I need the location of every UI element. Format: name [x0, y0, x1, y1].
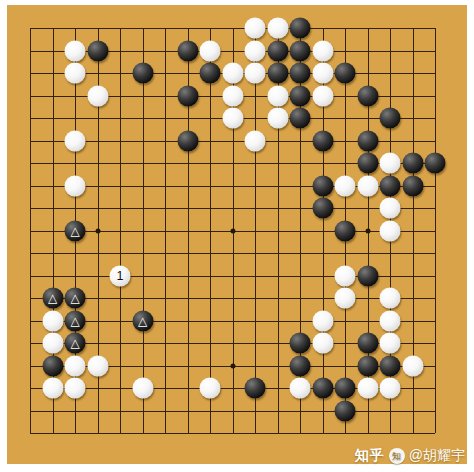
- black-stone: [357, 85, 378, 106]
- white-stone: [267, 108, 288, 129]
- black-stone: [335, 63, 356, 84]
- black-stone: [335, 400, 356, 421]
- white-stone: [222, 108, 243, 129]
- black-stone: [335, 220, 356, 241]
- black-stone: [312, 130, 333, 151]
- triangle-mark: △: [138, 314, 147, 326]
- black-stone: [290, 85, 311, 106]
- triangle-mark: △: [70, 292, 79, 304]
- grid-line-horizontal: [30, 433, 435, 434]
- white-stone: [87, 355, 108, 376]
- white-stone: [335, 175, 356, 196]
- white-stone: [65, 355, 86, 376]
- white-stone: [357, 378, 378, 399]
- black-stone: [132, 63, 153, 84]
- move-number-label: 1: [117, 270, 124, 283]
- triangle-mark: △: [70, 224, 79, 236]
- star-point: [230, 363, 235, 368]
- white-stone: 1: [110, 265, 131, 286]
- white-stone: [380, 378, 401, 399]
- black-stone: [312, 198, 333, 219]
- black-stone: [200, 63, 221, 84]
- triangle-mark: △: [48, 292, 57, 304]
- watermark: 知乎 知 @胡耀宇: [355, 447, 465, 465]
- white-stone: [65, 63, 86, 84]
- black-stone: [42, 355, 63, 376]
- white-stone: [222, 63, 243, 84]
- black-stone: [402, 153, 423, 174]
- white-stone: [357, 175, 378, 196]
- black-stone: [312, 175, 333, 196]
- watermark-avatar-icon: 知: [389, 448, 405, 464]
- black-stone: [357, 333, 378, 354]
- black-stone: [267, 63, 288, 84]
- black-stone: [425, 153, 446, 174]
- black-stone: [380, 175, 401, 196]
- black-stone: [357, 265, 378, 286]
- white-stone: [65, 130, 86, 151]
- triangle-mark: △: [70, 314, 79, 326]
- white-stone: [312, 333, 333, 354]
- white-stone: [200, 40, 221, 61]
- white-stone: [42, 333, 63, 354]
- white-stone: [380, 288, 401, 309]
- black-stone: △: [65, 310, 86, 331]
- triangle-mark: △: [70, 337, 79, 349]
- black-stone: [267, 40, 288, 61]
- black-stone: [290, 40, 311, 61]
- white-stone: [312, 40, 333, 61]
- black-stone: [312, 378, 333, 399]
- black-stone: [177, 40, 198, 61]
- go-board: △△△△△△1: [7, 5, 467, 464]
- white-stone: [132, 378, 153, 399]
- black-stone: △: [65, 288, 86, 309]
- white-stone: [200, 378, 221, 399]
- black-stone: [290, 108, 311, 129]
- white-stone: [42, 310, 63, 331]
- grid-line-horizontal: [30, 298, 435, 299]
- black-stone: [402, 175, 423, 196]
- grid-line-vertical: [435, 28, 436, 433]
- grid-line-horizontal: [30, 411, 435, 412]
- white-stone: [245, 40, 266, 61]
- black-stone: △: [132, 310, 153, 331]
- white-stone: [312, 85, 333, 106]
- white-stone: [245, 63, 266, 84]
- black-stone: [290, 355, 311, 376]
- grid-line-horizontal: [30, 253, 435, 254]
- white-stone: [380, 333, 401, 354]
- black-stone: [290, 63, 311, 84]
- white-stone: [65, 175, 86, 196]
- white-stone: [87, 85, 108, 106]
- white-stone: [312, 310, 333, 331]
- grid-line-horizontal: [30, 321, 435, 322]
- white-stone: [335, 265, 356, 286]
- black-stone: [290, 333, 311, 354]
- white-stone: [312, 63, 333, 84]
- star-point: [95, 228, 100, 233]
- black-stone: △: [65, 333, 86, 354]
- white-stone: [267, 85, 288, 106]
- black-stone: [335, 378, 356, 399]
- black-stone: [357, 355, 378, 376]
- white-stone: [290, 378, 311, 399]
- white-stone: [65, 378, 86, 399]
- white-stone: [42, 378, 63, 399]
- grid-line-vertical: [255, 28, 256, 433]
- black-stone: [357, 153, 378, 174]
- watermark-brand: 知乎: [355, 447, 385, 465]
- white-stone: [245, 18, 266, 39]
- black-stone: [357, 130, 378, 151]
- white-stone: [380, 198, 401, 219]
- black-stone: △: [42, 288, 63, 309]
- white-stone: [245, 130, 266, 151]
- black-stone: [380, 355, 401, 376]
- white-stone: [222, 85, 243, 106]
- black-stone: [87, 40, 108, 61]
- white-stone: [335, 288, 356, 309]
- white-stone: [380, 153, 401, 174]
- star-point: [365, 228, 370, 233]
- black-stone: [177, 130, 198, 151]
- black-stone: △: [65, 220, 86, 241]
- watermark-handle: @胡耀宇: [409, 447, 465, 465]
- white-stone: [402, 355, 423, 376]
- star-point: [230, 228, 235, 233]
- white-stone: [267, 18, 288, 39]
- white-stone: [380, 310, 401, 331]
- white-stone: [65, 40, 86, 61]
- white-stone: [380, 220, 401, 241]
- black-stone: [380, 108, 401, 129]
- black-stone: [290, 18, 311, 39]
- black-stone: [177, 85, 198, 106]
- black-stone: [245, 378, 266, 399]
